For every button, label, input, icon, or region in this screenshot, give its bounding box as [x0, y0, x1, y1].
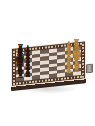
- square-h7: [24, 76, 32, 80]
- square-h4: [49, 73, 57, 77]
- square-h8: [16, 77, 24, 81]
- square-h5: [40, 74, 48, 78]
- square-h6: [32, 75, 40, 79]
- inlay-border-left: [13, 49, 15, 84]
- metal-clasp-icon: [86, 63, 93, 72]
- inlay-border-right: [82, 42, 84, 77]
- square-h2: [65, 72, 73, 76]
- square-h3: [57, 72, 65, 76]
- board-grid: [16, 45, 81, 81]
- chess-set-photo: ♜♟♟♜♞♟♟♞♝♟♟♝♛♟♟♛♚♟♟♚♝♟♟♝♞♟♟♞♜♟♟♜: [0, 0, 95, 126]
- square-h1: [73, 71, 81, 75]
